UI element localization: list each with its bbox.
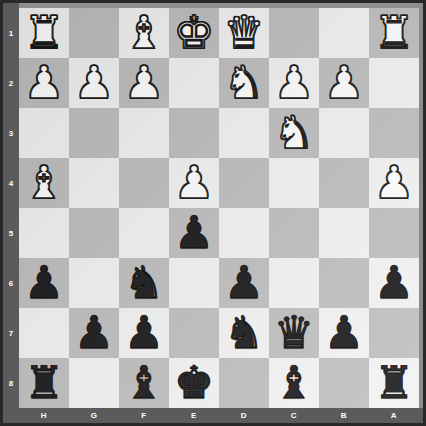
square-a3[interactable] xyxy=(369,108,419,158)
square-a1[interactable]: ♜ xyxy=(369,8,419,58)
chess-board: ♜♝♚♛♜♟♟♟♞♟♟♞♝♟♟♟♟♞♟♟♟♟♞♛♟♜♝♚♝♜ xyxy=(19,8,419,408)
black-pawn[interactable]: ♟ xyxy=(174,210,214,255)
rank-label-8: 8 xyxy=(3,358,19,408)
square-h7[interactable] xyxy=(19,308,69,358)
rank-label-6: 6 xyxy=(3,258,19,308)
rank-label-4: 4 xyxy=(3,158,19,208)
white-pawn[interactable]: ♟ xyxy=(124,60,164,105)
square-g6[interactable] xyxy=(69,258,119,308)
square-d5[interactable] xyxy=(219,208,269,258)
square-e6[interactable] xyxy=(169,258,219,308)
square-c4[interactable] xyxy=(269,158,319,208)
black-pawn[interactable]: ♟ xyxy=(124,310,164,355)
square-b4[interactable] xyxy=(319,158,369,208)
square-b6[interactable] xyxy=(319,258,369,308)
square-e2[interactable] xyxy=(169,58,219,108)
square-g3[interactable] xyxy=(69,108,119,158)
square-e5[interactable]: ♟ xyxy=(169,208,219,258)
black-rook[interactable]: ♜ xyxy=(24,360,64,405)
square-g1[interactable] xyxy=(69,8,119,58)
square-c3[interactable]: ♞ xyxy=(269,108,319,158)
square-f2[interactable]: ♟ xyxy=(119,58,169,108)
square-d2[interactable]: ♞ xyxy=(219,58,269,108)
file-label-d: D xyxy=(219,408,269,423)
white-pawn[interactable]: ♟ xyxy=(374,160,414,205)
square-e3[interactable] xyxy=(169,108,219,158)
white-bishop[interactable]: ♝ xyxy=(124,10,164,55)
square-c2[interactable]: ♟ xyxy=(269,58,319,108)
square-c7[interactable]: ♛ xyxy=(269,308,319,358)
square-f3[interactable] xyxy=(119,108,169,158)
black-bishop[interactable]: ♝ xyxy=(274,360,314,405)
square-d3[interactable] xyxy=(219,108,269,158)
black-pawn[interactable]: ♟ xyxy=(324,310,364,355)
file-label-c: C xyxy=(269,408,319,423)
rank-label-1: 1 xyxy=(3,8,19,58)
black-bishop[interactable]: ♝ xyxy=(124,360,164,405)
square-e7[interactable] xyxy=(169,308,219,358)
square-a7[interactable] xyxy=(369,308,419,358)
white-rook[interactable]: ♜ xyxy=(24,10,64,55)
white-knight[interactable]: ♞ xyxy=(224,60,264,105)
square-b5[interactable] xyxy=(319,208,369,258)
square-a6[interactable]: ♟ xyxy=(369,258,419,308)
black-king[interactable]: ♚ xyxy=(174,360,214,405)
file-label-b: B xyxy=(319,408,369,423)
square-d4[interactable] xyxy=(219,158,269,208)
square-f8[interactable]: ♝ xyxy=(119,358,169,408)
black-queen[interactable]: ♛ xyxy=(274,310,314,355)
black-pawn[interactable]: ♟ xyxy=(74,310,114,355)
square-c5[interactable] xyxy=(269,208,319,258)
square-a2[interactable] xyxy=(369,58,419,108)
square-a4[interactable]: ♟ xyxy=(369,158,419,208)
square-f6[interactable]: ♞ xyxy=(119,258,169,308)
file-label-g: G xyxy=(69,408,119,423)
black-knight[interactable]: ♞ xyxy=(224,310,264,355)
white-queen[interactable]: ♛ xyxy=(224,10,264,55)
black-rook[interactable]: ♜ xyxy=(374,360,414,405)
square-g8[interactable] xyxy=(69,358,119,408)
black-pawn[interactable]: ♟ xyxy=(374,260,414,305)
file-label-f: F xyxy=(119,408,169,423)
square-b8[interactable] xyxy=(319,358,369,408)
chess-board-frame: ♜♝♚♛♜♟♟♟♞♟♟♞♝♟♟♟♟♞♟♟♟♟♞♛♟♜♝♚♝♜ 12345678H… xyxy=(0,0,426,426)
square-b3[interactable] xyxy=(319,108,369,158)
square-d7[interactable]: ♞ xyxy=(219,308,269,358)
square-a8[interactable]: ♜ xyxy=(369,358,419,408)
square-h4[interactable]: ♝ xyxy=(19,158,69,208)
square-h2[interactable]: ♟ xyxy=(19,58,69,108)
square-d6[interactable]: ♟ xyxy=(219,258,269,308)
square-f7[interactable]: ♟ xyxy=(119,308,169,358)
square-c1[interactable] xyxy=(269,8,319,58)
square-g7[interactable]: ♟ xyxy=(69,308,119,358)
rank-label-7: 7 xyxy=(3,308,19,358)
file-label-h: H xyxy=(19,408,69,423)
square-h6[interactable]: ♟ xyxy=(19,258,69,308)
square-d8[interactable] xyxy=(219,358,269,408)
square-g4[interactable] xyxy=(69,158,119,208)
square-h5[interactable] xyxy=(19,208,69,258)
square-a5[interactable] xyxy=(369,208,419,258)
square-h1[interactable]: ♜ xyxy=(19,8,69,58)
square-b2[interactable]: ♟ xyxy=(319,58,369,108)
white-pawn[interactable]: ♟ xyxy=(174,160,214,205)
file-label-a: A xyxy=(369,408,419,423)
white-pawn[interactable]: ♟ xyxy=(74,60,114,105)
file-label-e: E xyxy=(169,408,219,423)
square-f4[interactable] xyxy=(119,158,169,208)
square-g2[interactable]: ♟ xyxy=(69,58,119,108)
square-e8[interactable]: ♚ xyxy=(169,358,219,408)
square-h3[interactable] xyxy=(19,108,69,158)
black-knight[interactable]: ♞ xyxy=(124,260,164,305)
black-pawn[interactable]: ♟ xyxy=(24,260,64,305)
square-e1[interactable]: ♚ xyxy=(169,8,219,58)
rank-label-2: 2 xyxy=(3,58,19,108)
white-knight[interactable]: ♞ xyxy=(274,110,314,155)
rank-label-5: 5 xyxy=(3,208,19,258)
white-pawn[interactable]: ♟ xyxy=(274,60,314,105)
square-h8[interactable]: ♜ xyxy=(19,358,69,408)
white-bishop[interactable]: ♝ xyxy=(24,160,64,205)
square-d1[interactable]: ♛ xyxy=(219,8,269,58)
black-pawn[interactable]: ♟ xyxy=(224,260,264,305)
white-pawn[interactable]: ♟ xyxy=(324,60,364,105)
rank-label-3: 3 xyxy=(3,108,19,158)
white-pawn[interactable]: ♟ xyxy=(24,60,64,105)
square-c6[interactable] xyxy=(269,258,319,308)
square-f1[interactable]: ♝ xyxy=(119,8,169,58)
square-g5[interactable] xyxy=(69,208,119,258)
frame-right-band xyxy=(419,3,423,408)
square-b7[interactable]: ♟ xyxy=(319,308,369,358)
white-rook[interactable]: ♜ xyxy=(374,10,414,55)
square-f5[interactable] xyxy=(119,208,169,258)
square-c8[interactable]: ♝ xyxy=(269,358,319,408)
white-king[interactable]: ♚ xyxy=(174,10,214,55)
square-e4[interactable]: ♟ xyxy=(169,158,219,208)
square-b1[interactable] xyxy=(319,8,369,58)
